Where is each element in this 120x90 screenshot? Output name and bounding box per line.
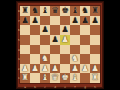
square-e1[interactable]: ♚ bbox=[60, 73, 70, 83]
square-g2[interactable]: ♟ bbox=[80, 64, 90, 74]
square-h5[interactable] bbox=[90, 35, 100, 45]
square-c5[interactable] bbox=[40, 35, 50, 45]
black-pawn-icon: ♟ bbox=[41, 25, 49, 35]
square-f2[interactable]: ♟ bbox=[70, 64, 80, 74]
square-b1[interactable] bbox=[30, 73, 40, 83]
white-knight-icon: ♞ bbox=[71, 54, 79, 64]
square-b2[interactable]: ♟ bbox=[30, 64, 40, 74]
file-label-g: g bbox=[83, 85, 88, 88]
square-a3[interactable] bbox=[20, 54, 30, 64]
square-a2[interactable]: ♟ bbox=[20, 64, 30, 74]
square-d1[interactable]: ♛ bbox=[50, 73, 60, 83]
white-bishop-icon: ♝ bbox=[71, 73, 79, 83]
black-knight-icon: ♞ bbox=[31, 6, 39, 16]
square-a1[interactable]: ♜ bbox=[20, 73, 30, 83]
rank-label-4: 4 bbox=[18, 47, 20, 51]
square-c2[interactable]: ♟ bbox=[40, 64, 50, 74]
square-d6[interactable] bbox=[50, 25, 60, 35]
rank-label-7: 7 bbox=[18, 18, 20, 22]
rank-label-8: 8 bbox=[18, 9, 20, 13]
white-rook-icon: ♜ bbox=[21, 73, 29, 83]
square-f7[interactable]: ♟ bbox=[70, 16, 80, 26]
file-label-b: b bbox=[33, 85, 38, 88]
square-c6[interactable]: ♟ bbox=[40, 25, 50, 35]
square-e6[interactable]: ♟ bbox=[60, 25, 70, 35]
file-coordinates: abcdefgh bbox=[20, 83, 100, 88]
white-pawn-icon: ♟ bbox=[21, 64, 29, 74]
square-d2[interactable]: ♟ bbox=[50, 64, 60, 74]
black-pawn-icon: ♟ bbox=[71, 16, 79, 26]
black-pawn-icon: ♟ bbox=[91, 16, 99, 26]
square-c3[interactable]: ♞ bbox=[40, 54, 50, 64]
black-bishop-icon: ♝ bbox=[41, 6, 49, 16]
square-a5[interactable] bbox=[20, 35, 30, 45]
board-grid: ♜♞♝♛♚♝♞♜♟♟♟♟♟♟♟♟♟♞♞♟♟♟♟♟♟♟♜♝♛♚♝♜ bbox=[20, 6, 100, 83]
square-d5[interactable]: ♟ bbox=[50, 35, 60, 45]
white-pawn-icon: ♟ bbox=[51, 64, 59, 74]
black-rook-icon: ♜ bbox=[91, 6, 99, 16]
square-g8[interactable]: ♞ bbox=[80, 6, 90, 16]
square-c1[interactable]: ♝ bbox=[40, 73, 50, 83]
square-e8[interactable]: ♚ bbox=[60, 6, 70, 16]
square-c8[interactable]: ♝ bbox=[40, 6, 50, 16]
square-c4[interactable] bbox=[40, 45, 50, 55]
file-label-e: e bbox=[63, 85, 68, 88]
file-label-h: h bbox=[93, 85, 98, 88]
square-f4[interactable] bbox=[70, 45, 80, 55]
square-b7[interactable]: ♟ bbox=[30, 16, 40, 26]
square-b4[interactable] bbox=[30, 45, 40, 55]
square-g4[interactable] bbox=[80, 45, 90, 55]
square-g3[interactable] bbox=[80, 54, 90, 64]
square-f5[interactable] bbox=[70, 35, 80, 45]
rank-label-6: 6 bbox=[18, 28, 20, 32]
rank-coordinates: 87654321 bbox=[17, 6, 20, 83]
square-c7[interactable] bbox=[40, 16, 50, 26]
black-queen-icon: ♛ bbox=[51, 6, 59, 16]
square-a7[interactable]: ♟ bbox=[20, 16, 30, 26]
white-king-icon: ♚ bbox=[61, 73, 69, 83]
black-king-icon: ♚ bbox=[61, 6, 69, 16]
black-bishop-icon: ♝ bbox=[71, 6, 79, 16]
black-pawn-icon: ♟ bbox=[81, 16, 89, 26]
square-b5[interactable] bbox=[30, 35, 40, 45]
square-b8[interactable]: ♞ bbox=[30, 6, 40, 16]
square-h4[interactable] bbox=[90, 45, 100, 55]
square-f1[interactable]: ♝ bbox=[70, 73, 80, 83]
square-a4[interactable] bbox=[20, 45, 30, 55]
square-g1[interactable] bbox=[80, 73, 90, 83]
square-a6[interactable] bbox=[20, 25, 30, 35]
screenshot-background: 87654321 ♜♞♝♛♚♝♞♜♟♟♟♟♟♟♟♟♟♞♞♟♟♟♟♟♟♟♜♝♛♚♝… bbox=[0, 0, 120, 90]
white-bishop-icon: ♝ bbox=[41, 73, 49, 83]
black-knight-icon: ♞ bbox=[81, 6, 89, 16]
square-e4[interactable] bbox=[60, 45, 70, 55]
square-h2[interactable]: ♟ bbox=[90, 64, 100, 74]
square-h1[interactable]: ♜ bbox=[90, 73, 100, 83]
square-e7[interactable] bbox=[60, 16, 70, 26]
white-knight-icon: ♞ bbox=[41, 54, 49, 64]
square-a8[interactable]: ♜ bbox=[20, 6, 30, 16]
square-e3[interactable] bbox=[60, 54, 70, 64]
rank-label-2: 2 bbox=[18, 66, 20, 70]
square-f6[interactable] bbox=[70, 25, 80, 35]
square-g5[interactable] bbox=[80, 35, 90, 45]
file-label-f: f bbox=[73, 85, 78, 88]
square-b3[interactable] bbox=[30, 54, 40, 64]
black-pawn-icon: ♟ bbox=[31, 16, 39, 26]
white-rook-icon: ♜ bbox=[91, 73, 99, 83]
square-f3[interactable]: ♞ bbox=[70, 54, 80, 64]
file-label-c: c bbox=[43, 85, 48, 88]
square-g6[interactable] bbox=[80, 25, 90, 35]
square-d8[interactable]: ♛ bbox=[50, 6, 60, 16]
black-pawn-icon: ♟ bbox=[61, 25, 69, 35]
black-pawn-icon: ♟ bbox=[51, 35, 59, 45]
chess-board: 87654321 ♜♞♝♛♚♝♞♜♟♟♟♟♟♟♟♟♟♞♞♟♟♟♟♟♟♟♜♝♛♚♝… bbox=[17, 2, 103, 88]
square-e5[interactable]: ♟ bbox=[60, 35, 70, 45]
file-label-a: a bbox=[23, 85, 28, 88]
white-pawn-icon: ♟ bbox=[81, 64, 89, 74]
white-pawn-icon: ♟ bbox=[61, 35, 69, 45]
white-pawn-icon: ♟ bbox=[71, 64, 79, 74]
black-rook-icon: ♜ bbox=[21, 6, 29, 16]
white-queen-icon: ♛ bbox=[51, 73, 59, 83]
square-h6[interactable] bbox=[90, 25, 100, 35]
square-d7[interactable] bbox=[50, 16, 60, 26]
square-e2[interactable] bbox=[60, 64, 70, 74]
white-pawn-icon: ♟ bbox=[91, 64, 99, 74]
square-f8[interactable]: ♝ bbox=[70, 6, 80, 16]
rank-label-1: 1 bbox=[18, 76, 20, 80]
square-b6[interactable] bbox=[30, 25, 40, 35]
square-d4[interactable] bbox=[50, 45, 60, 55]
white-pawn-icon: ♟ bbox=[41, 64, 49, 74]
square-h8[interactable]: ♜ bbox=[90, 6, 100, 16]
file-label-d: d bbox=[53, 85, 58, 88]
rank-label-3: 3 bbox=[18, 57, 20, 61]
black-pawn-icon: ♟ bbox=[21, 16, 29, 26]
white-pawn-icon: ♟ bbox=[31, 64, 39, 74]
square-g7[interactable]: ♟ bbox=[80, 16, 90, 26]
rank-label-5: 5 bbox=[18, 38, 20, 42]
square-h3[interactable] bbox=[90, 54, 100, 64]
square-d3[interactable] bbox=[50, 54, 60, 64]
square-h7[interactable]: ♟ bbox=[90, 16, 100, 26]
